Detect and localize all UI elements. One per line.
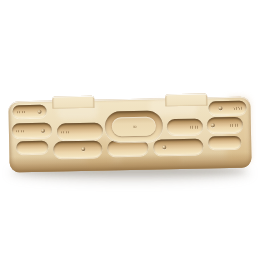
engraved-size-mark [16,130,25,133]
jug-island: ∞ [112,116,156,136]
pocket-top-left-edge [12,105,46,119]
mounting-screw [211,123,215,127]
wood-grain-layer [0,0,257,3]
pocket-bottom-pocket-5 [208,136,241,150]
top-step-right [165,93,207,106]
engraved-size-mark [233,107,242,110]
mounting-screw [162,145,166,149]
top-step-left [52,96,94,109]
pocket-top-right-edge [208,101,246,116]
pocket-bottom-pocket-2 [53,141,102,159]
pocket-mid-right-edge [167,119,203,136]
brand-logo-engraving: ∞ [132,124,136,129]
engraved-size-mark [61,131,70,134]
pocket-bottom-pocket-4 [153,139,203,156]
holds-layer: ∞ [0,0,257,3]
board-bottom-edge [0,0,257,3]
pocket-mid-right-end-edge [207,117,243,134]
center-jug-pocket: ∞ [105,110,164,142]
mounting-screw [218,106,222,110]
hangboard-tilt-group: ∞ [0,0,260,260]
mounting-screw [37,109,41,113]
pocket-mid-left-end-edge [12,123,52,139]
mounting-screw [41,128,45,132]
top-profile-steps [0,0,257,3]
pocket-bottom-pocket-3 [107,140,148,157]
engraved-size-mark [230,124,239,127]
pocket-mid-left-edge [57,123,103,141]
engraved-size-mark [17,111,26,114]
hangboard-product-photo: ∞ [0,0,260,260]
pocket-bottom-pocket-1 [16,141,48,155]
engraved-size-mark [190,126,199,129]
mounting-screw [81,147,85,151]
